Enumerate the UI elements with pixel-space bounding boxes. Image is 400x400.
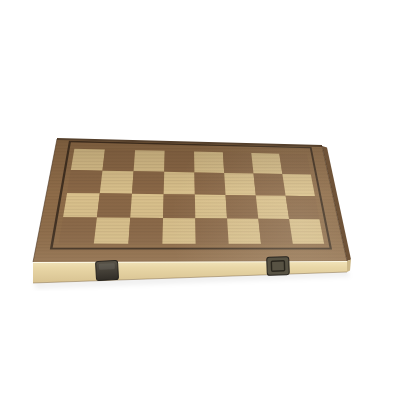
clasp-right-body [267,257,290,276]
chess-box-photo [0,0,400,400]
clasp-left-highlight [99,263,115,270]
box-lid-top [33,139,347,262]
clasp-left [96,260,119,280]
glow-overlay [33,139,347,262]
clasp-right [267,257,290,276]
lighting-overlay [33,139,347,262]
product-photo [0,0,400,400]
clasp-left-body [96,260,119,280]
chess-box [33,139,351,283]
right-end-maple [347,260,351,273]
